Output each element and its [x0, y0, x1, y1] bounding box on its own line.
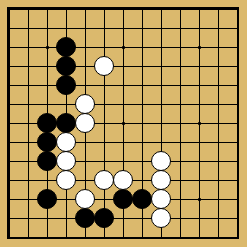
white-stone [75, 94, 95, 114]
white-stone [94, 56, 114, 76]
black-stone [37, 113, 57, 133]
white-stone [151, 189, 171, 209]
black-stone [113, 189, 133, 209]
star-point [198, 46, 201, 49]
black-stone [94, 208, 114, 228]
star-point [122, 122, 125, 125]
black-stone [56, 113, 76, 133]
white-stone [75, 189, 95, 209]
black-stone [132, 189, 152, 209]
white-stone [94, 170, 114, 190]
black-stone [37, 132, 57, 152]
white-stone [56, 151, 76, 171]
star-point [122, 46, 125, 49]
white-stone [151, 208, 171, 228]
black-stone [56, 75, 76, 95]
white-stone [56, 132, 76, 152]
black-stone [75, 208, 95, 228]
black-stone [37, 151, 57, 171]
white-stone [113, 170, 133, 190]
star-point [198, 122, 201, 125]
white-stone [56, 170, 76, 190]
star-point [198, 198, 201, 201]
white-stone [75, 113, 95, 133]
go-board-diagram [0, 0, 247, 247]
white-stone [151, 170, 171, 190]
white-stone [151, 151, 171, 171]
black-stone [56, 37, 76, 57]
black-stone [37, 189, 57, 209]
star-point [46, 46, 49, 49]
black-stone [56, 56, 76, 76]
